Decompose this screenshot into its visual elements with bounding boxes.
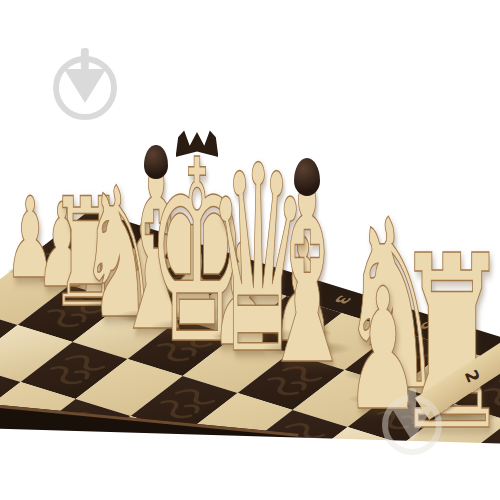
board-coordinate-label: 2 xyxy=(461,367,484,385)
watermark-arrow-stem xyxy=(81,48,89,70)
watermark-circle xyxy=(53,56,117,120)
chess-set-product-photo: 35 2 ♟♟♟♟♟♟♟♟♜♞♝♚♛♝♞♜ xyxy=(0,0,500,500)
watermark-arrow-head xyxy=(64,69,106,103)
rook-right: ♜ xyxy=(393,224,500,464)
watermark-download-logo xyxy=(53,56,117,120)
dark-bishop-finial xyxy=(294,158,320,196)
